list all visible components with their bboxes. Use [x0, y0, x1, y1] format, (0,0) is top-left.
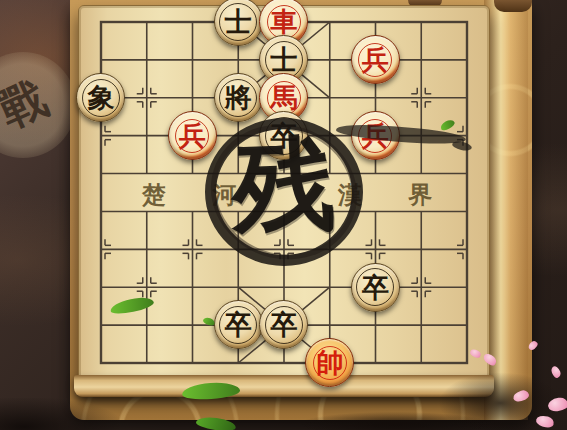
piece-glyph: 卒	[270, 311, 297, 338]
corner-shadow	[300, 412, 490, 430]
background-seal-character: 戰	[0, 67, 57, 142]
piece-glyph: 將	[225, 84, 252, 111]
wood-debris	[494, 0, 532, 12]
piece-black-soldier[interactable]: 卒	[214, 300, 263, 349]
corner-shadow	[0, 398, 120, 430]
piece-black-advisor[interactable]: 士	[214, 0, 263, 46]
piece-glyph: 馬	[270, 84, 297, 111]
piece-glyph: 帥	[316, 349, 343, 376]
piece-glyph: 兵	[179, 122, 206, 149]
piece-red-soldier[interactable]: 兵	[351, 35, 400, 84]
piece-black-elephant[interactable]: 象	[76, 73, 125, 122]
background-seal: 戰	[0, 52, 76, 158]
endgame-stamp: 残	[205, 118, 363, 266]
piece-glyph: 車	[270, 8, 297, 35]
xiangqi-endgame-screen: 戰 士車士兵象將馬兵卒兵卒卒卒帥 楚 河 漢 界 残	[0, 0, 567, 430]
piece-black-soldier[interactable]: 卒	[351, 263, 400, 312]
piece-black-general[interactable]: 將	[214, 73, 263, 122]
piece-glyph: 卒	[362, 274, 389, 301]
piece-glyph: 卒	[225, 311, 252, 338]
piece-red-general[interactable]: 帥	[305, 338, 354, 387]
piece-glyph: 士	[225, 8, 252, 35]
piece-glyph: 象	[87, 84, 114, 111]
piece-black-soldier[interactable]: 卒	[259, 300, 308, 349]
piece-glyph: 士	[270, 46, 297, 73]
stamp-character: 残	[231, 116, 338, 256]
piece-glyph: 兵	[362, 46, 389, 73]
